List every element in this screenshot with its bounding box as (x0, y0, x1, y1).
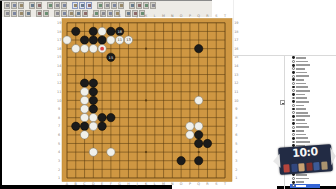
coord-letter-top: F (110, 14, 112, 18)
move-label (296, 68, 305, 70)
stone-white-E18[interactable] (98, 27, 106, 35)
coord-letter-top: O (180, 14, 183, 18)
move-label (296, 61, 308, 63)
white-stone-bullet-icon (292, 184, 295, 187)
stone-black-E7[interactable] (98, 122, 106, 130)
move-label (296, 108, 306, 110)
nav-first-icon[interactable] (97, 2, 103, 9)
stone-black-D18[interactable] (89, 27, 97, 35)
coord-number-left: 4 (58, 150, 60, 154)
white-stone-bullet-icon (292, 104, 295, 107)
zoom-icon[interactable] (143, 2, 149, 9)
black-stone-bullet-icon (292, 115, 295, 118)
white-stone-bullet-icon (292, 126, 295, 129)
coord-letter-bottom: O (180, 182, 183, 186)
white-stone-bullet-icon (292, 82, 295, 85)
move-label (296, 181, 304, 183)
coord-letter-top: K (145, 14, 148, 18)
move-label (296, 123, 307, 125)
last-move-marker (100, 47, 104, 51)
stone-black-F8[interactable] (107, 113, 115, 121)
coord-letter-bottom: C (83, 182, 86, 186)
coord-letter-bottom: E (101, 182, 103, 186)
coord-number-left: 2 (58, 168, 60, 172)
stone-white-C9[interactable] (80, 105, 88, 113)
stone-white-F17[interactable] (107, 36, 115, 44)
coord-number-right: 2 (235, 168, 237, 172)
star-point (198, 151, 200, 153)
left-black-edge (0, 0, 2, 189)
coord-letter-top: Q (197, 14, 200, 18)
coord-letter-top: R (206, 14, 209, 18)
stone-white-C6[interactable] (80, 131, 88, 139)
stone-black-F18[interactable] (107, 27, 115, 35)
coord-number-right: 13 (234, 73, 238, 77)
toolbar-row-1 (4, 2, 161, 9)
stone-white-C10[interactable] (80, 96, 88, 104)
coord-number-left: 11 (57, 90, 61, 94)
black-stone-bullet-icon (292, 137, 295, 140)
coord-letter-bottom: J (136, 182, 138, 186)
star-point (145, 48, 147, 50)
coord-letter-bottom: S (215, 182, 217, 186)
move-label (296, 86, 308, 88)
coord-number-left: 7 (58, 124, 60, 128)
black-stone-bullet-icon (292, 130, 295, 133)
coord-letter-top: T (223, 14, 227, 18)
new-file-icon[interactable] (4, 2, 10, 9)
stone-black-C12[interactable] (80, 79, 88, 87)
stone-white-C8[interactable] (80, 113, 88, 121)
board-panel-edge (233, 0, 234, 55)
move-label (296, 185, 306, 187)
move-label (296, 75, 309, 77)
move-label (296, 94, 305, 96)
stone-white-Q7[interactable] (195, 122, 203, 130)
cut-icon[interactable] (47, 2, 53, 9)
coord-number-right: 7 (235, 124, 237, 128)
coord-letter-bottom: A (66, 182, 69, 186)
move-label (296, 101, 309, 103)
star-point (145, 99, 147, 101)
coord-number-left: 5 (58, 142, 60, 146)
coord-letter-bottom: D (92, 182, 95, 186)
move-label (296, 178, 309, 180)
to-end-icon[interactable] (43, 10, 49, 17)
stone-black-O3[interactable] (177, 157, 185, 165)
move-label (296, 130, 304, 132)
white-stone-bullet-icon (292, 111, 295, 114)
move-label (296, 79, 304, 81)
move-label (296, 141, 310, 143)
coord-number-right: 11 (234, 90, 238, 94)
black-stone-bullet-icon (292, 71, 295, 74)
coord-number-right: 18 (234, 30, 238, 34)
move-number-label: 13 (126, 38, 131, 42)
move-label (296, 174, 307, 176)
coord-number-right: 15 (234, 55, 238, 59)
move-label (296, 126, 309, 128)
nav-prev-icon[interactable] (104, 2, 110, 9)
print-preview-icon[interactable] (36, 2, 42, 9)
coord-letter-top: A (66, 14, 69, 18)
stone-black-D17[interactable] (89, 36, 97, 44)
overlay-figure (306, 163, 313, 171)
coord-letter-top: D (92, 14, 95, 18)
stone-black-C17[interactable] (80, 36, 88, 44)
coord-letter-bottom: N (171, 182, 174, 186)
toolbar-group (129, 2, 157, 9)
black-stone-bullet-icon (292, 181, 295, 184)
coord-letter-bottom: M (162, 182, 165, 186)
options-icon[interactable] (150, 2, 156, 9)
coord-letter-bottom: P (189, 182, 191, 186)
stone-white-D7[interactable] (89, 122, 97, 130)
coord-letter-top: G (118, 14, 121, 18)
stone-black-D9[interactable] (89, 105, 97, 113)
stone-black-C7[interactable] (80, 122, 88, 130)
toolbar-group (72, 2, 93, 9)
coord-letter-bottom: T (223, 182, 227, 186)
mode-play-icon[interactable] (72, 2, 78, 9)
coord-letter-bottom: Q (197, 182, 200, 186)
white-stone-bullet-icon (292, 177, 295, 180)
stone-white-Q10[interactable] (195, 96, 203, 104)
stone-black-Q16[interactable] (195, 45, 203, 53)
toolbar-group (47, 2, 68, 9)
coord-number-right: 1 (235, 176, 237, 180)
save-file-icon[interactable] (18, 2, 24, 9)
back-10-icon[interactable] (11, 10, 17, 17)
stone-white-A17[interactable] (63, 36, 71, 44)
stone-black-R5[interactable] (203, 139, 211, 147)
coord-number-right: 8 (235, 116, 237, 120)
black-stone-bullet-icon (292, 64, 295, 67)
coord-number-right: 12 (234, 81, 238, 85)
open-file-icon[interactable] (11, 2, 17, 9)
toolbar-group (4, 10, 32, 17)
move-label (296, 64, 310, 66)
mode-mark-icon[interactable] (86, 2, 92, 9)
nav-last-icon[interactable] (118, 2, 124, 9)
stone-black-B18[interactable] (72, 27, 80, 35)
coord-number-left: 3 (58, 159, 60, 163)
stone-white-D16[interactable] (89, 45, 97, 53)
white-stone-bullet-icon (292, 75, 295, 78)
coord-number-right: 10 (234, 99, 238, 103)
stone-black-Q5[interactable] (195, 139, 203, 147)
coord-letter-top: H (127, 14, 130, 18)
toolbar-group (36, 10, 50, 17)
move-list-item[interactable] (290, 184, 320, 188)
toolbar-group (97, 2, 125, 9)
coord-number-right: 5 (235, 142, 237, 146)
coord-letter-bottom: L (154, 182, 156, 186)
flip-board-icon[interactable] (136, 2, 142, 9)
coord-number-right: 9 (235, 107, 237, 111)
forward-1-icon[interactable] (25, 10, 31, 17)
white-stone-bullet-icon (292, 60, 295, 63)
toolbar-group (4, 2, 25, 9)
move-label (296, 115, 310, 117)
coord-letter-bottom: F (110, 182, 112, 186)
coord-letter-bottom: K (145, 182, 148, 186)
coord-letter-top: B (75, 14, 78, 18)
move-label (296, 72, 307, 74)
nav-next-icon[interactable] (111, 2, 117, 9)
coord-letter-top: C (83, 14, 86, 18)
black-stone-bullet-icon (292, 93, 295, 96)
stone-white-P7[interactable] (186, 122, 194, 130)
stone-white-C16[interactable] (80, 45, 88, 53)
move-label (296, 90, 310, 92)
stone-black-B7[interactable] (72, 122, 80, 130)
coord-number-right: 6 (235, 133, 237, 137)
move-label (296, 97, 307, 99)
move-number-label: 18 (117, 30, 122, 34)
stone-white-P6[interactable] (186, 131, 194, 139)
move-label (296, 119, 305, 121)
coord-number-right: 4 (235, 150, 237, 154)
coord-number-left: 13 (57, 73, 61, 77)
print-icon[interactable] (29, 2, 35, 9)
stone-black-Q3[interactable] (195, 157, 203, 165)
stone-white-D8[interactable] (89, 113, 97, 121)
overlay-figure (321, 162, 328, 170)
black-stone-bullet-icon (292, 100, 295, 103)
coord-number-right: 3 (235, 159, 237, 163)
copy-icon[interactable] (54, 2, 60, 9)
coord-letter-top: L (154, 14, 156, 18)
overlay-score-text: 10:0 (278, 145, 332, 161)
stone-white-B16[interactable] (72, 45, 80, 53)
stone-black-D11[interactable] (89, 88, 97, 96)
coord-number-left: 9 (58, 107, 60, 111)
to-start-icon[interactable] (4, 10, 10, 17)
move-label (296, 57, 306, 59)
move-label (296, 105, 304, 107)
stone-white-D4[interactable] (89, 148, 97, 156)
move-label (296, 83, 306, 85)
forward-10-icon[interactable] (36, 10, 42, 17)
overlay-figure (298, 163, 305, 171)
coord-letter-top: S (215, 14, 217, 18)
move-label (296, 134, 306, 136)
stone-black-E8[interactable] (98, 113, 106, 121)
stone-black-D12[interactable] (89, 79, 97, 87)
coord-number-left: 17 (57, 38, 61, 42)
coord-letter-top: E (101, 14, 103, 18)
overlay-figure (283, 164, 290, 172)
back-1-icon[interactable] (18, 10, 24, 17)
move-label (296, 137, 308, 139)
coord-letter-bottom: R (206, 182, 209, 186)
star-point (145, 151, 147, 153)
white-stone-bullet-icon (292, 67, 295, 70)
rotate-board-icon[interactable] (129, 2, 135, 9)
stone-black-D10[interactable] (89, 96, 97, 104)
move-label (296, 112, 308, 114)
paste-icon[interactable] (61, 2, 67, 9)
toolbar-group (29, 2, 43, 9)
coord-number-right: 14 (234, 64, 238, 68)
white-stone-bullet-icon (292, 89, 295, 92)
stone-white-C11[interactable] (80, 88, 88, 96)
black-stone-bullet-icon (292, 122, 295, 125)
coord-number-left: 15 (57, 55, 61, 59)
coord-letter-top: M (162, 14, 165, 18)
coord-number-left: 6 (58, 133, 60, 137)
go-board[interactable]: AA1919BB1818CC1717DD1616EE1515FF1414GG13… (56, 14, 240, 186)
coord-letter-bottom: G (118, 182, 121, 186)
video-overlay: 10:0 (278, 144, 333, 175)
stone-black-Q6[interactable] (195, 131, 203, 139)
black-stone-bullet-icon (292, 78, 295, 81)
tree-collapse-marker[interactable] (280, 100, 285, 105)
coord-number-right: 16 (234, 47, 238, 51)
move-number-label: 15 (109, 56, 114, 60)
coord-letter-top: J (136, 14, 138, 18)
app-window: AA1919BB1818CC1717DD1616EE1515FF1414GG13… (0, 0, 336, 189)
move-number-label: 11 (117, 38, 122, 42)
stone-white-F4[interactable] (107, 148, 115, 156)
stone-black-E17[interactable] (98, 36, 106, 44)
coord-letter-bottom: B (75, 182, 78, 186)
coord-number-left: 1 (58, 176, 60, 180)
coord-number-left: 10 (57, 99, 61, 103)
coord-number-left: 18 (57, 30, 61, 34)
coord-letter-top: P (189, 14, 191, 18)
coord-number-left: 8 (58, 116, 60, 120)
coord-number-right: 17 (234, 38, 238, 42)
white-stone-bullet-icon (292, 133, 295, 136)
overlay-figure (291, 164, 298, 172)
coord-number-left: 14 (57, 64, 61, 68)
overlay-figure (313, 162, 320, 170)
coord-number-left: 16 (57, 47, 61, 51)
coord-number-right: 19 (234, 21, 238, 25)
coord-number-left: 12 (57, 81, 61, 85)
mode-edit-icon[interactable] (79, 2, 85, 9)
coord-letter-bottom: H (127, 182, 130, 186)
overlay-figures (283, 161, 328, 172)
coord-letter-top: N (171, 14, 174, 18)
white-stone-bullet-icon (292, 141, 295, 144)
coord-number-left: 19 (57, 21, 61, 25)
